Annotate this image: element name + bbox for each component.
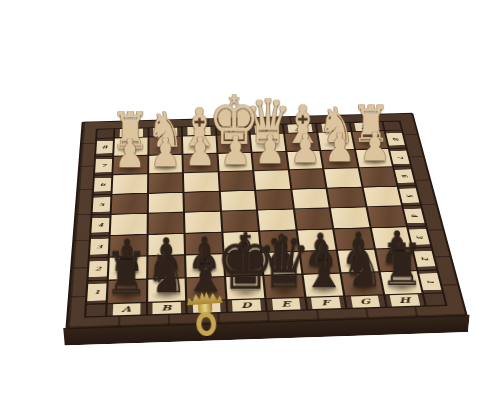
square-b5 (148, 193, 183, 213)
dark-bishop-c1: ♝ (183, 246, 229, 294)
rank-label-right-8-label: 8 (391, 138, 399, 141)
brass-clasp (183, 290, 229, 351)
file-label-bottom-d-label: D (241, 302, 252, 310)
rank-label-right-6: 6 (394, 167, 415, 186)
product-photo: ABCDEFGH8♜♞♝♚♛♝♞♜87♟♟♟♟♟♟♟♟7665544332♟♟♟… (0, 0, 500, 400)
chess-board: ABCDEFGH8♜♞♝♚♛♝♞♜87♟♟♟♟♟♟♟♟7665544332♟♟♟… (65, 113, 468, 330)
rank-label-right-7: 7 (390, 148, 410, 166)
rank-label-left-8-label: 8 (102, 145, 107, 149)
square-h5 (363, 186, 401, 206)
square-c5 (184, 192, 219, 212)
light-pawn-g7: ♟ (325, 132, 356, 164)
rank-label-right-5-label: 5 (405, 194, 414, 197)
file-label-bottom-b-label: B (161, 304, 171, 312)
file-label-bottom-h-label: H (398, 297, 411, 305)
rank-label-left-1-label: 1 (94, 289, 100, 294)
square-h7: ♟ (356, 149, 392, 167)
rank-label-left-6: 6 (94, 175, 112, 194)
rank-label-right-5: 5 (399, 186, 420, 205)
rank-label-right-7-label: 7 (396, 156, 404, 159)
scene: ABCDEFGH8♜♞♝♚♛♝♞♜87♟♟♟♟♟♟♟♟7665544332♟♟♟… (0, 0, 500, 400)
square-g5 (328, 187, 365, 207)
board-side-front (63, 315, 469, 346)
square-e7: ♟ (252, 152, 287, 170)
light-pawn-c7: ♟ (185, 136, 216, 168)
square-b1: ♞ (148, 278, 186, 302)
file-label-bottom-e: E (267, 298, 306, 311)
rank-label-right-4-label: 4 (410, 214, 419, 217)
square-d7: ♟ (218, 153, 252, 171)
square-h1: ♜ (380, 271, 421, 294)
square-d6 (219, 171, 254, 190)
square-g6 (324, 168, 361, 187)
square-h6 (359, 167, 396, 186)
file-label-bottom-a-label: A (122, 306, 132, 314)
square-f7: ♟ (287, 151, 322, 169)
light-pawn-e7: ♟ (255, 134, 286, 166)
light-pawn-b7: ♟ (150, 136, 181, 168)
rank-label-left-4-label: 4 (98, 223, 104, 228)
file-label-bottom-a: A (107, 303, 145, 316)
file-label-bottom-g: G (346, 296, 385, 308)
square-e5 (256, 190, 292, 210)
rank-label-left-5: 5 (93, 195, 111, 215)
square-b7: ♟ (149, 155, 182, 174)
file-label-bottom-f-label: F (321, 299, 331, 307)
square-a7: ♟ (113, 156, 147, 175)
rank-label-left-7: 7 (95, 156, 112, 174)
square-b6 (148, 173, 182, 192)
square-g7: ♟ (321, 150, 357, 168)
file-label-bottom-g-label: G (359, 298, 371, 306)
file-label-bottom-e-label: E (281, 300, 291, 308)
rank-label-left-2-label: 2 (95, 266, 101, 271)
square-d1: ♚ (226, 276, 265, 299)
rank-label-left-5-label: 5 (99, 202, 105, 207)
square-f5 (292, 188, 329, 208)
light-pawn-a7: ♟ (115, 137, 146, 169)
square-a1: ♜ (108, 279, 146, 303)
light-pawn-f7: ♟ (290, 133, 321, 165)
square-g1: ♞ (342, 272, 383, 295)
file-label-bottom-b: B (147, 302, 185, 315)
square-f6 (289, 169, 325, 188)
square-a6 (113, 174, 147, 193)
dark-knight-b1: ♞ (145, 251, 188, 296)
corner-bottom-left (86, 304, 105, 316)
file-label-bottom-d: D (227, 299, 265, 312)
dark-rook-a1: ♜ (104, 251, 149, 298)
light-pawn-d7: ♟ (220, 135, 251, 167)
square-c7: ♟ (183, 154, 217, 173)
clasp-ring-icon (195, 311, 217, 336)
square-a5 (112, 194, 147, 214)
board-inner: ABCDEFGH8♜♞♝♚♛♝♞♜87♟♟♟♟♟♟♟♟7665544332♟♟♟… (84, 121, 448, 318)
rank-label-right-1-label: 1 (425, 280, 434, 284)
clasp-crown-icon (186, 290, 223, 305)
square-e6 (254, 170, 289, 189)
rank-label-right-6-label: 6 (400, 174, 408, 177)
file-label-bottom-f: F (306, 297, 345, 309)
rank-label-left-6-label: 6 (100, 182, 106, 186)
file-label-bottom-h: H (385, 294, 425, 306)
dark-rook-h1: ♜ (380, 242, 424, 288)
rank-label-left-4: 4 (91, 215, 109, 235)
rank-label-left-7-label: 7 (101, 163, 107, 167)
square-d5 (220, 191, 256, 211)
dark-knight-g1: ♞ (342, 245, 385, 290)
light-pawn-h7: ♟ (359, 131, 390, 163)
square-c6 (184, 172, 218, 191)
rank-label-left-3-label: 3 (96, 244, 102, 249)
corner-bottom-right (424, 294, 445, 306)
